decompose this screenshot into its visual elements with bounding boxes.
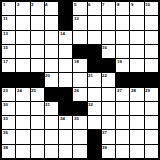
cell-r3c3[interactable] xyxy=(31,31,44,44)
cell-r6c8[interactable]: 22 xyxy=(102,73,115,86)
cell-r3c6[interactable] xyxy=(73,31,86,44)
clue-number-23: 23 xyxy=(3,88,8,92)
clue-number-6: 6 xyxy=(88,2,90,6)
cell-r8c4[interactable]: 31 xyxy=(45,102,58,115)
cell-r9c10[interactable] xyxy=(130,116,143,129)
cell-r11c9[interactable] xyxy=(116,145,129,158)
cell-r3c2[interactable] xyxy=(16,31,29,44)
cell-r3c7[interactable] xyxy=(88,31,101,44)
cell-r8c8[interactable] xyxy=(102,102,115,115)
clue-number-27: 27 xyxy=(117,88,122,92)
black-square-r6c9 xyxy=(116,73,129,86)
clue-number-20: 20 xyxy=(45,73,50,77)
cell-r2c11[interactable] xyxy=(145,16,158,29)
cell-r11c8[interactable]: 39 xyxy=(102,145,115,158)
cell-r10c6[interactable] xyxy=(73,130,86,143)
crossword-grid: 1234567891011121314151617181920212223242… xyxy=(0,0,160,160)
cell-r1c3[interactable]: 3 xyxy=(31,2,44,15)
clue-number-11: 11 xyxy=(3,16,8,20)
cell-r6c7[interactable]: 21 xyxy=(88,73,101,86)
cell-r9c4[interactable] xyxy=(45,116,58,129)
clue-number-19: 19 xyxy=(117,59,122,63)
black-square-r7c5 xyxy=(59,88,72,101)
cell-r5c5[interactable] xyxy=(59,59,72,72)
cell-r3c5[interactable]: 14 xyxy=(59,31,72,44)
clue-number-5: 5 xyxy=(74,2,76,6)
cell-r5c3[interactable] xyxy=(31,59,44,72)
clue-number-22: 22 xyxy=(102,73,107,77)
cell-r4c2[interactable] xyxy=(16,45,29,58)
cell-r9c8[interactable] xyxy=(102,116,115,129)
cell-r1c4[interactable]: 4 xyxy=(45,2,58,15)
black-square-r6c3 xyxy=(31,73,44,86)
clue-number-37: 37 xyxy=(102,130,107,134)
cell-r4c9[interactable] xyxy=(116,45,129,58)
clue-number-17: 17 xyxy=(3,59,8,63)
cell-r7c8[interactable] xyxy=(102,88,115,101)
clue-number-3: 3 xyxy=(31,2,33,6)
cell-r4c1[interactable]: 15 xyxy=(2,45,15,58)
cell-r1c2[interactable]: 2 xyxy=(16,2,29,15)
cell-r11c1[interactable]: 38 xyxy=(2,145,15,158)
cell-r1c7[interactable]: 6 xyxy=(88,2,101,15)
cell-r9c2[interactable] xyxy=(16,116,29,129)
cell-r1c11[interactable]: 10 xyxy=(145,2,158,15)
cell-r11c11[interactable] xyxy=(145,145,158,158)
cell-r4c8[interactable]: 16 xyxy=(102,45,115,58)
black-square-r5c7 xyxy=(88,59,101,72)
black-square-r1c5 xyxy=(59,2,72,15)
cell-r7c9[interactable]: 27 xyxy=(116,88,129,101)
clue-number-31: 31 xyxy=(45,102,50,106)
cell-r8c10[interactable] xyxy=(130,102,143,115)
cell-r9c11[interactable] xyxy=(145,116,158,129)
clue-number-30: 30 xyxy=(3,102,8,106)
cell-r7c7[interactable] xyxy=(88,88,101,101)
clue-number-33: 33 xyxy=(3,116,8,120)
cell-r2c3[interactable] xyxy=(31,16,44,29)
clue-number-9: 9 xyxy=(131,2,133,6)
cell-r3c1[interactable]: 13 xyxy=(2,31,15,44)
cell-r8c1[interactable]: 30 xyxy=(2,102,15,115)
clue-number-7: 7 xyxy=(102,2,104,6)
cell-r1c9[interactable]: 8 xyxy=(116,2,129,15)
cell-r7c3[interactable]: 25 xyxy=(31,88,44,101)
cell-r4c5[interactable] xyxy=(59,45,72,58)
clue-number-13: 13 xyxy=(3,31,8,35)
cell-r9c9[interactable] xyxy=(116,116,129,129)
cell-r10c2[interactable] xyxy=(16,130,29,143)
cell-r10c8[interactable]: 37 xyxy=(102,130,115,143)
cell-r11c4[interactable] xyxy=(45,145,58,158)
cell-r5c6[interactable]: 18 xyxy=(73,59,86,72)
black-square-r6c1 xyxy=(2,73,15,86)
cell-r7c10[interactable]: 28 xyxy=(130,88,143,101)
cell-r5c1[interactable]: 17 xyxy=(2,59,15,72)
cell-r1c8[interactable]: 7 xyxy=(102,2,115,15)
cell-r11c2[interactable] xyxy=(16,145,29,158)
cell-r2c1[interactable]: 11 xyxy=(2,16,15,29)
black-square-r8c5 xyxy=(59,102,72,115)
cell-r2c8[interactable] xyxy=(102,16,115,29)
cell-r2c9[interactable] xyxy=(116,16,129,29)
clue-number-2: 2 xyxy=(17,2,19,6)
cell-r10c5[interactable] xyxy=(59,130,72,143)
cell-r2c6[interactable]: 12 xyxy=(73,16,86,29)
clue-number-4: 4 xyxy=(45,2,47,6)
clue-number-35: 35 xyxy=(74,116,79,120)
cell-r9c5[interactable]: 34 xyxy=(59,116,72,129)
cell-r6c4[interactable]: 20 xyxy=(45,73,58,86)
cell-r11c10[interactable] xyxy=(130,145,143,158)
cell-r1c10[interactable]: 9 xyxy=(130,2,143,15)
cell-r1c1[interactable]: 1 xyxy=(2,2,15,15)
clue-number-36: 36 xyxy=(3,130,8,134)
cell-r9c6[interactable]: 35 xyxy=(73,116,86,129)
black-square-r10c7 xyxy=(88,130,101,143)
clue-number-15: 15 xyxy=(3,45,8,49)
cell-r5c2[interactable] xyxy=(16,59,29,72)
cell-r4c10[interactable] xyxy=(130,45,143,58)
clue-number-26: 26 xyxy=(74,88,79,92)
black-square-r8c6 xyxy=(73,102,86,115)
clue-number-21: 21 xyxy=(88,73,93,77)
cell-r8c9[interactable] xyxy=(116,102,129,115)
cell-r2c10[interactable] xyxy=(130,16,143,29)
clue-number-24: 24 xyxy=(17,88,22,92)
clue-number-12: 12 xyxy=(74,16,79,20)
clue-number-16: 16 xyxy=(102,45,107,49)
clue-number-14: 14 xyxy=(60,31,65,35)
cell-r4c4[interactable] xyxy=(45,45,58,58)
cell-r7c11[interactable]: 29 xyxy=(145,88,158,101)
clue-number-32: 32 xyxy=(88,102,93,106)
cell-r2c4[interactable] xyxy=(45,16,58,29)
cell-r1c6[interactable]: 5 xyxy=(73,2,86,15)
cell-r10c3[interactable] xyxy=(31,130,44,143)
cell-r10c1[interactable]: 36 xyxy=(2,130,15,143)
cell-r8c3[interactable] xyxy=(31,102,44,115)
cell-r8c11[interactable] xyxy=(145,102,158,115)
black-square-r4c6 xyxy=(73,45,86,58)
clue-number-39: 39 xyxy=(102,145,107,149)
cell-r2c7[interactable] xyxy=(88,16,101,29)
cell-r8c7[interactable]: 32 xyxy=(88,102,101,115)
cell-r10c11[interactable] xyxy=(145,130,158,143)
cell-r5c11[interactable] xyxy=(145,59,158,72)
black-square-r6c2 xyxy=(16,73,29,86)
black-square-r5c8 xyxy=(102,59,115,72)
clue-number-8: 8 xyxy=(117,2,119,6)
clue-number-29: 29 xyxy=(145,88,150,92)
cell-r3c4[interactable] xyxy=(45,31,58,44)
black-square-r7c4 xyxy=(45,88,58,101)
black-square-r11c7 xyxy=(88,145,101,158)
cell-r5c10[interactable] xyxy=(130,59,143,72)
cell-r11c6[interactable] xyxy=(73,145,86,158)
cell-r6c5[interactable] xyxy=(59,73,72,86)
cell-r4c3[interactable] xyxy=(31,45,44,58)
cell-r7c2[interactable]: 24 xyxy=(16,88,29,101)
clue-number-1: 1 xyxy=(3,2,5,6)
cell-r3c10[interactable] xyxy=(130,31,143,44)
cell-r7c6[interactable]: 26 xyxy=(73,88,86,101)
black-square-r6c11 xyxy=(145,73,158,86)
clue-number-10: 10 xyxy=(145,2,150,6)
cell-r10c9[interactable] xyxy=(116,130,129,143)
clue-number-28: 28 xyxy=(131,88,136,92)
cell-r9c7[interactable] xyxy=(88,116,101,129)
clue-number-34: 34 xyxy=(60,116,65,120)
cell-r9c3[interactable] xyxy=(31,116,44,129)
cell-r8c2[interactable] xyxy=(16,102,29,115)
cell-r4c11[interactable] xyxy=(145,45,158,58)
cell-r11c3[interactable] xyxy=(31,145,44,158)
cell-r5c4[interactable] xyxy=(45,59,58,72)
cell-r11c5[interactable] xyxy=(59,145,72,158)
cell-r2c2[interactable] xyxy=(16,16,29,29)
cell-r6c6[interactable] xyxy=(73,73,86,86)
cell-r10c4[interactable] xyxy=(45,130,58,143)
cell-r3c11[interactable] xyxy=(145,31,158,44)
cell-r5c9[interactable]: 19 xyxy=(116,59,129,72)
cell-r7c1[interactable]: 23 xyxy=(2,88,15,101)
clue-number-38: 38 xyxy=(3,145,8,149)
cell-r3c9[interactable] xyxy=(116,31,129,44)
clue-number-25: 25 xyxy=(31,88,36,92)
black-square-r2c5 xyxy=(59,16,72,29)
black-square-r4c7 xyxy=(88,45,101,58)
clue-number-18: 18 xyxy=(74,59,79,63)
cell-r10c10[interactable] xyxy=(130,130,143,143)
cell-r9c1[interactable]: 33 xyxy=(2,116,15,129)
black-square-r6c10 xyxy=(130,73,143,86)
cell-r3c8[interactable] xyxy=(102,31,115,44)
